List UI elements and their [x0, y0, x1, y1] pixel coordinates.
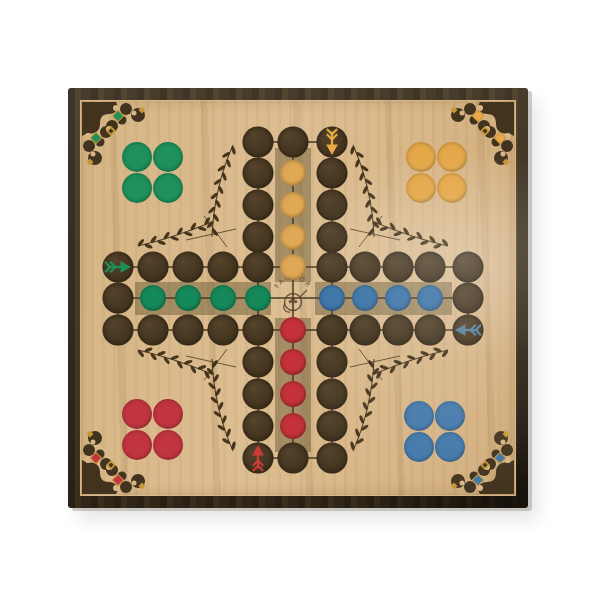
track-hole[interactable] — [243, 158, 274, 189]
track-hole[interactable] — [243, 411, 274, 442]
track-hole[interactable] — [415, 252, 446, 283]
run-hole-red[interactable] — [280, 413, 306, 439]
track-hole-entry-y[interactable] — [317, 127, 348, 158]
home-hole-red[interactable] — [122, 430, 152, 460]
track-hole[interactable] — [103, 283, 134, 314]
track-hole[interactable] — [208, 315, 239, 346]
run-hole-green[interactable] — [140, 285, 166, 311]
track-hole[interactable] — [278, 443, 309, 474]
home-hole-blue[interactable] — [435, 432, 465, 462]
track-hole[interactable] — [383, 252, 414, 283]
run-hole-red[interactable] — [280, 381, 306, 407]
run-hole-yellow[interactable] — [280, 254, 306, 280]
home-hole-red[interactable] — [153, 399, 183, 429]
track-hole[interactable] — [173, 252, 204, 283]
track-hole[interactable] — [243, 252, 274, 283]
home-hole-red[interactable] — [122, 399, 152, 429]
track-hole[interactable] — [317, 443, 348, 474]
home-hole-green[interactable] — [122, 173, 152, 203]
photo-stage: FANDOR — [0, 0, 600, 600]
run-hole-blue[interactable] — [417, 285, 443, 311]
track-hole[interactable] — [383, 315, 414, 346]
track-hole[interactable] — [138, 252, 169, 283]
parchis-board: FANDOR — [68, 88, 528, 508]
home-hole-blue[interactable] — [404, 432, 434, 462]
run-hole-red[interactable] — [280, 349, 306, 375]
track-hole[interactable] — [415, 315, 446, 346]
run-hole-yellow[interactable] — [280, 224, 306, 250]
home-hole-yellow[interactable] — [437, 173, 467, 203]
track-hole[interactable] — [243, 190, 274, 221]
entry-arrow-b-icon — [453, 315, 484, 346]
branch-ornament-bottom-left — [137, 347, 236, 451]
track-hole[interactable] — [243, 127, 274, 158]
track-hole[interactable] — [138, 315, 169, 346]
run-hole-red[interactable] — [280, 317, 306, 343]
home-hole-blue[interactable] — [435, 401, 465, 431]
branch-ornament-bottom-right — [350, 347, 449, 451]
home-hole-green[interactable] — [153, 173, 183, 203]
track-hole[interactable] — [317, 379, 348, 410]
track-hole-entry-r[interactable] — [243, 443, 274, 474]
home-hole-green[interactable] — [122, 142, 152, 172]
track-hole[interactable] — [243, 379, 274, 410]
run-hole-green[interactable] — [175, 285, 201, 311]
run-hole-green[interactable] — [210, 285, 236, 311]
home-hole-yellow[interactable] — [437, 142, 467, 172]
track-hole[interactable] — [278, 127, 309, 158]
run-hole-blue[interactable] — [385, 285, 411, 311]
entry-arrow-g-icon — [103, 252, 134, 283]
track-hole-entry-b[interactable] — [453, 315, 484, 346]
home-hole-yellow[interactable] — [406, 173, 436, 203]
track-hole[interactable] — [243, 347, 274, 378]
run-hole-yellow[interactable] — [280, 192, 306, 218]
track-hole-entry-g[interactable] — [103, 252, 134, 283]
track-hole[interactable] — [317, 411, 348, 442]
run-hole-yellow[interactable] — [280, 160, 306, 186]
track-hole[interactable] — [317, 222, 348, 253]
entry-arrow-r-icon — [243, 443, 274, 474]
entry-arrow-y-icon — [317, 127, 348, 158]
home-hole-green[interactable] — [153, 142, 183, 172]
track-hole[interactable] — [317, 190, 348, 221]
run-hole-blue[interactable] — [352, 285, 378, 311]
track-hole[interactable] — [173, 315, 204, 346]
track-hole[interactable] — [317, 315, 348, 346]
track-hole[interactable] — [317, 347, 348, 378]
track-hole[interactable] — [208, 252, 239, 283]
track-hole[interactable] — [103, 315, 134, 346]
branch-ornament-top-left — [137, 145, 236, 249]
home-hole-yellow[interactable] — [406, 142, 436, 172]
track-hole[interactable] — [350, 252, 381, 283]
track-hole[interactable] — [453, 283, 484, 314]
track-hole[interactable] — [317, 158, 348, 189]
home-hole-red[interactable] — [153, 430, 183, 460]
track-hole[interactable] — [350, 315, 381, 346]
track-hole[interactable] — [243, 222, 274, 253]
track-hole[interactable] — [243, 315, 274, 346]
home-hole-blue[interactable] — [404, 401, 434, 431]
run-hole-blue[interactable] — [319, 285, 345, 311]
track-hole[interactable] — [317, 252, 348, 283]
run-hole-green[interactable] — [245, 285, 271, 311]
track-hole[interactable] — [453, 252, 484, 283]
